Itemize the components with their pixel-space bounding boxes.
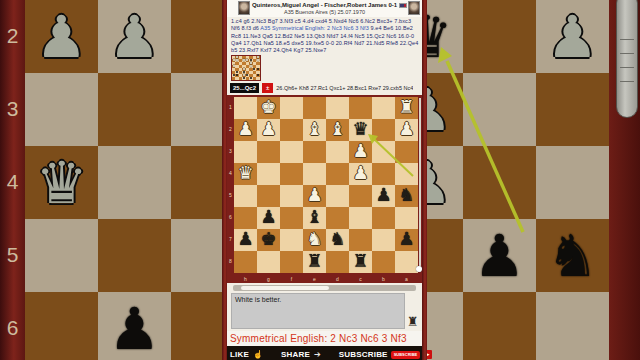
square-e5[interactable]: ♟	[303, 185, 326, 207]
black-piece-dot	[243, 77, 245, 79]
square-g6[interactable]: ♟	[98, 292, 171, 360]
bg-rank-label-3: 3	[0, 97, 25, 121]
square-f5[interactable]	[280, 185, 303, 207]
square-d1[interactable]	[326, 97, 349, 119]
square-g3[interactable]	[98, 73, 171, 146]
rank-label-3: 3	[227, 148, 234, 154]
square-h1[interactable]	[234, 97, 257, 119]
square-c7[interactable]	[349, 229, 372, 251]
like-button[interactable]: LIKE	[230, 350, 249, 359]
subscribe-button[interactable]: SUBSCRIBE	[391, 351, 421, 359]
white-pawn[interactable]: ♟	[234, 119, 257, 141]
square-a8	[256, 77, 259, 80]
thumbs-up-icon[interactable]: ☝	[253, 351, 263, 359]
white-bishop[interactable]: ♝	[326, 119, 349, 141]
board-slider-thumb[interactable]	[416, 266, 422, 272]
square-d8[interactable]	[326, 251, 349, 273]
black-piece-dot	[250, 77, 252, 79]
evaluation-badge: ±	[262, 83, 273, 93]
thumbnail-row	[227, 55, 422, 82]
square-e4[interactable]	[303, 163, 326, 185]
background-scrollbar[interactable]	[616, 0, 638, 118]
square-b7[interactable]	[372, 229, 395, 251]
square-c6[interactable]	[349, 207, 372, 229]
white-queen[interactable]: ♛	[25, 146, 98, 219]
evaluation-row: White is better. ♜	[227, 291, 422, 331]
black-pawn[interactable]: ♟	[257, 207, 280, 229]
square-g5[interactable]	[257, 185, 280, 207]
square-a6[interactable]	[395, 207, 418, 229]
file-label-b: b	[372, 276, 395, 282]
square-a5[interactable]: ♞	[536, 219, 609, 292]
square-h4[interactable]: ♛	[25, 146, 98, 219]
usa-flag-icon	[399, 3, 407, 8]
white-pawn[interactable]: ♟	[257, 119, 280, 141]
file-label-e: e	[303, 276, 326, 282]
square-c2[interactable]: ♛	[349, 119, 372, 141]
game-title: Quinteros,Miguel Angel - Fischer,Robert …	[252, 2, 397, 9]
square-e3[interactable]	[303, 141, 326, 163]
square-g1[interactable]: ♚	[257, 97, 280, 119]
square-a1[interactable]: ♜	[395, 97, 418, 119]
horizontal-scrollbar-thumb[interactable]	[241, 286, 329, 290]
black-knight[interactable]: ♞	[326, 229, 349, 251]
rank-label-1: 1	[227, 104, 234, 110]
square-f4[interactable]	[280, 163, 303, 185]
engine-line-text[interactable]: 26.Qh6+ Kh8 27.Rc1 Qxc1+ 28.Bxc1 Rxe7 29…	[276, 85, 413, 91]
black-pawn[interactable]: ♟	[98, 292, 171, 360]
square-g7[interactable]: ♚	[257, 229, 280, 251]
square-c4[interactable]: ♟	[349, 163, 372, 185]
square-h2[interactable]: ♟	[25, 0, 98, 73]
black-rook[interactable]: ♜	[303, 251, 326, 273]
square-b6[interactable]	[463, 292, 536, 360]
square-h7[interactable]: ♟	[234, 229, 257, 251]
square-h6[interactable]	[234, 207, 257, 229]
current-move-box[interactable]: 25...Qc2	[230, 83, 259, 93]
white-pawn[interactable]: ♟	[349, 141, 372, 163]
white-king[interactable]: ♚	[257, 97, 280, 119]
square-f1[interactable]	[280, 97, 303, 119]
rank-label-2: 2	[227, 126, 234, 132]
notation-movelist[interactable]: 1.c4 g6 2.Nc3 Bg7 3.Nf3 c5 4.d4 cxd4 5.N…	[227, 17, 422, 55]
white-queen[interactable]: ♛	[234, 163, 257, 185]
panel-right-edge	[422, 0, 427, 360]
rank-label-4: 4	[227, 170, 234, 176]
white-pawn[interactable]: ♟	[98, 0, 171, 73]
white-rook[interactable]: ♜	[395, 97, 418, 119]
square-h3[interactable]	[234, 141, 257, 163]
white-pawn[interactable]: ♟	[303, 185, 326, 207]
square-b1[interactable]	[372, 97, 395, 119]
black-pawn[interactable]: ♟	[395, 229, 418, 251]
opening-annotation[interactable]: A35 Symmetrical English: 2 Nc3 Nc6 3 Nf3	[260, 25, 370, 31]
game-viewer-panel: Quinteros,Miguel Angel - Fischer,Robert …	[222, 0, 427, 360]
square-a2[interactable]: ♟	[395, 119, 418, 141]
white-pawn[interactable]: ♟	[349, 163, 372, 185]
screenshot-stage: ♚♜♟♟♝♝♛♟♟♛♟♟♟♞♟♝♟♚♞♞♟♜♜ 23456 Quinteros,…	[0, 0, 640, 360]
square-e7[interactable]: ♞	[303, 229, 326, 251]
white-pawn[interactable]: ♟	[25, 0, 98, 73]
bg-rank-label-6: 6	[0, 316, 25, 340]
square-g6[interactable]: ♟	[257, 207, 280, 229]
square-b3[interactable]	[372, 141, 395, 163]
square-b6[interactable]	[372, 207, 395, 229]
bg-rank-label-5: 5	[0, 243, 25, 267]
rank-label-6: 6	[227, 214, 234, 220]
rank-label-8: 8	[227, 258, 234, 264]
square-f7[interactable]	[280, 229, 303, 251]
chess-piece-mascot-icon: ♜	[405, 293, 420, 329]
subscribe-label[interactable]: SUBSCRIBE	[339, 350, 388, 359]
social-action-bar: LIKE ☝ SHARE ➔ SUBSCRIBE SUBSCRIBE ▶	[227, 346, 422, 360]
square-c5[interactable]	[349, 185, 372, 207]
black-pawn[interactable]: ♟	[463, 219, 536, 292]
square-a6[interactable]	[536, 292, 609, 360]
white-knight[interactable]: ♞	[303, 229, 326, 251]
black-rook[interactable]: ♜	[349, 251, 372, 273]
black-knight[interactable]: ♞	[536, 219, 609, 292]
square-d4[interactable]	[326, 163, 349, 185]
square-b4[interactable]	[372, 163, 395, 185]
square-a3[interactable]	[536, 73, 609, 146]
square-h4[interactable]: ♛	[234, 163, 257, 185]
white-pawn[interactable]: ♟	[395, 119, 418, 141]
player-photo-fischer	[408, 1, 420, 15]
square-f6[interactable]	[280, 207, 303, 229]
mini-board-thumbnail[interactable]	[231, 55, 261, 81]
opening-headline: Symmetrical English: 2 Nc3 Nc6 3 Nf3	[227, 331, 422, 346]
horizontal-scrollbar[interactable]	[233, 285, 416, 291]
square-b3[interactable]	[463, 73, 536, 146]
bg-rank-label-4: 4	[0, 170, 25, 194]
square-c8[interactable]: ♜	[349, 251, 372, 273]
square-h5[interactable]	[25, 219, 98, 292]
black-bishop[interactable]: ♝	[303, 207, 326, 229]
square-g5[interactable]	[98, 219, 171, 292]
black-knight[interactable]: ♞	[395, 185, 418, 207]
file-label-h: h	[234, 276, 257, 282]
rank-label-5: 5	[227, 192, 234, 198]
square-a3[interactable]	[395, 141, 418, 163]
square-g2[interactable]: ♟	[257, 119, 280, 141]
game-header: Quinteros,Miguel Angel - Fischer,Robert …	[227, 0, 422, 17]
square-h3[interactable]	[25, 73, 98, 146]
square-d5[interactable]	[326, 185, 349, 207]
share-button[interactable]: SHARE	[281, 350, 310, 359]
rank-label-7: 7	[227, 236, 234, 242]
square-h5[interactable]	[234, 185, 257, 207]
square-e8[interactable]: ♜	[303, 251, 326, 273]
main-chessboard[interactable]: ♚♜♟♟♝♝♛♟♟♛♟♟♟♞♟♝♟♚♞♞♟♜♜	[234, 97, 418, 273]
main-board-frame: ♚♜♟♟♝♝♛♟♟♛♟♟♟♞♟♝♟♚♞♞♟♜♜ 12345678 hgfedcb…	[227, 95, 422, 283]
engine-status-row: 25...Qc2 ± 26.Qh6+ Kh8 27.Rc1 Qxc1+ 28.B…	[227, 82, 422, 94]
square-a4[interactable]	[395, 163, 418, 185]
square-f3[interactable]	[280, 141, 303, 163]
square-g4[interactable]	[98, 146, 171, 219]
square-e1[interactable]	[303, 97, 326, 119]
board-vertical-slider[interactable]	[419, 98, 422, 272]
file-label-a: a	[395, 276, 418, 282]
black-king[interactable]: ♚	[257, 229, 280, 251]
square-e2[interactable]: ♝	[303, 119, 326, 141]
square-a7[interactable]: ♟	[395, 229, 418, 251]
square-b8[interactable]	[372, 251, 395, 273]
square-f2[interactable]	[280, 119, 303, 141]
square-b2[interactable]	[372, 119, 395, 141]
black-pawn[interactable]: ♟	[372, 185, 395, 207]
square-d6[interactable]	[326, 207, 349, 229]
square-g3[interactable]	[257, 141, 280, 163]
square-h8[interactable]	[234, 251, 257, 273]
evaluation-text-box: White is better.	[231, 293, 405, 329]
file-label-f: f	[280, 276, 303, 282]
square-e6[interactable]: ♝	[303, 207, 326, 229]
square-g8[interactable]	[257, 251, 280, 273]
square-d7[interactable]: ♞	[326, 229, 349, 251]
file-label-g: g	[257, 276, 280, 282]
square-h6[interactable]	[25, 292, 98, 360]
player-photo-quinteros	[238, 1, 250, 15]
white-bishop[interactable]: ♝	[303, 119, 326, 141]
share-arrow-icon[interactable]: ➔	[314, 351, 321, 359]
square-f8[interactable]	[280, 251, 303, 273]
file-label-d: d	[326, 276, 349, 282]
bg-rank-label-2: 2	[0, 24, 25, 48]
black-pawn[interactable]: ♟	[234, 229, 257, 251]
square-c3[interactable]: ♟	[349, 141, 372, 163]
square-g2[interactable]: ♟	[98, 0, 171, 73]
square-h2[interactable]: ♟	[234, 119, 257, 141]
square-b5[interactable]: ♟	[372, 185, 395, 207]
white-pawn[interactable]: ♟	[536, 0, 609, 73]
square-a4[interactable]	[536, 146, 609, 219]
square-g4[interactable]	[257, 163, 280, 185]
square-b2[interactable]	[463, 0, 536, 73]
square-a2[interactable]: ♟	[536, 0, 609, 73]
square-d3[interactable]	[326, 141, 349, 163]
game-subtitle: A35 Buenos Aires (5) 25.07.1970	[227, 9, 422, 16]
square-b5[interactable]: ♟	[463, 219, 536, 292]
square-a5[interactable]: ♞	[395, 185, 418, 207]
square-a8[interactable]	[395, 251, 418, 273]
file-label-c: c	[349, 276, 372, 282]
square-c1[interactable]	[349, 97, 372, 119]
square-b4[interactable]	[463, 146, 536, 219]
black-queen[interactable]: ♛	[349, 119, 372, 141]
square-d2[interactable]: ♝	[326, 119, 349, 141]
